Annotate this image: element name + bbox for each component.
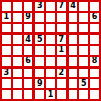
cell-r5c8[interactable] bbox=[79, 46, 88, 55]
cell-r2c5[interactable] bbox=[46, 13, 55, 22]
cell-r5c5[interactable] bbox=[46, 46, 55, 55]
cell-r4c7[interactable] bbox=[69, 35, 78, 44]
given-digit: 3 bbox=[37, 2, 43, 10]
cell-r5c2[interactable] bbox=[13, 46, 22, 55]
cell-r9c2[interactable] bbox=[13, 90, 22, 99]
given-digit: 9 bbox=[25, 13, 31, 21]
cell-r3c1[interactable] bbox=[2, 24, 11, 33]
cell-r5c4[interactable] bbox=[35, 46, 44, 55]
given-digit: 1 bbox=[58, 46, 64, 54]
cell-r3c6[interactable] bbox=[57, 24, 66, 33]
cell-r3c3[interactable] bbox=[24, 24, 33, 33]
cell-r4c6: 7 bbox=[57, 35, 66, 44]
cell-r2c3: 9 bbox=[24, 13, 33, 22]
cell-r3c4[interactable] bbox=[35, 24, 44, 33]
cell-r4c8[interactable] bbox=[79, 35, 88, 44]
cell-r6c9: 8 bbox=[90, 57, 99, 66]
cell-r7c6: 2 bbox=[57, 69, 66, 78]
cell-r9c9 bbox=[90, 90, 99, 99]
cell-r3c8[interactable] bbox=[79, 24, 88, 33]
cell-r9c6[interactable] bbox=[57, 90, 66, 99]
cell-r1c8[interactable] bbox=[79, 2, 88, 11]
cell-r9c4[interactable] bbox=[35, 90, 44, 99]
cell-r6c1[interactable] bbox=[2, 57, 11, 66]
cell-r1c1[interactable] bbox=[2, 2, 11, 11]
given-digit: 5 bbox=[37, 36, 43, 44]
cell-r3c2[interactable] bbox=[13, 24, 22, 33]
given-digit: 4 bbox=[70, 2, 76, 10]
given-digit: 3 bbox=[4, 69, 10, 77]
cell-r7c4[interactable] bbox=[35, 69, 44, 78]
cell-r2c7[interactable] bbox=[69, 13, 78, 22]
cell-r3c7[interactable] bbox=[69, 24, 78, 33]
cell-r6c2[interactable] bbox=[13, 57, 22, 66]
cell-r8c3[interactable] bbox=[24, 79, 33, 88]
cell-r6c7[interactable] bbox=[69, 57, 78, 66]
cell-r5c1[interactable] bbox=[2, 46, 11, 55]
given-digit: 7 bbox=[58, 2, 64, 10]
cell-r1c3[interactable] bbox=[24, 2, 33, 11]
cell-r4c3: 4 bbox=[24, 35, 33, 44]
given-digit: 9 bbox=[37, 80, 43, 88]
cell-r7c8[interactable] bbox=[79, 69, 88, 78]
cell-r2c8[interactable] bbox=[79, 13, 88, 22]
given-digit: 2 bbox=[58, 69, 64, 77]
given-digit: 6 bbox=[92, 13, 98, 21]
cell-r1c2[interactable] bbox=[13, 2, 22, 11]
cell-r9c5: 1 bbox=[46, 90, 55, 99]
cell-r4c4: 5 bbox=[35, 35, 44, 44]
cell-r3c9[interactable] bbox=[90, 24, 99, 33]
cell-r5c7[interactable] bbox=[69, 46, 78, 55]
cell-r8c9[interactable] bbox=[90, 79, 99, 88]
cell-r1c6: 7 bbox=[57, 2, 66, 11]
cell-r7c1: 3 bbox=[2, 69, 11, 78]
cell-r6c8[interactable] bbox=[79, 57, 88, 66]
cell-r9c3[interactable] bbox=[24, 90, 33, 99]
cell-r9c8[interactable] bbox=[79, 90, 88, 99]
cell-r2c9: 6 bbox=[90, 13, 99, 22]
cell-r9c7[interactable] bbox=[69, 90, 78, 99]
cell-r7c9[interactable] bbox=[90, 69, 99, 78]
cell-r8c6[interactable] bbox=[57, 79, 66, 88]
given-digit: 5 bbox=[81, 80, 87, 88]
cell-r9c1[interactable] bbox=[2, 90, 11, 99]
sudoku-board: 37419645716832951 bbox=[0, 0, 101, 101]
cell-r4c9[interactable] bbox=[90, 35, 99, 44]
cell-r6c4[interactable] bbox=[35, 57, 44, 66]
cell-r6c3: 6 bbox=[24, 57, 33, 66]
cell-r6c5[interactable] bbox=[46, 57, 55, 66]
cell-r8c1[interactable] bbox=[2, 79, 11, 88]
cell-r8c2[interactable] bbox=[13, 79, 22, 88]
cell-r6c6[interactable] bbox=[57, 57, 66, 66]
cell-r8c7[interactable] bbox=[69, 79, 78, 88]
cell-r4c1[interactable] bbox=[2, 35, 11, 44]
cell-r4c2[interactable] bbox=[13, 35, 22, 44]
cell-r8c5[interactable] bbox=[46, 79, 55, 88]
cell-r7c7[interactable] bbox=[69, 69, 78, 78]
cell-r7c5[interactable] bbox=[46, 69, 55, 78]
given-digit: 1 bbox=[48, 91, 54, 99]
cell-r2c1: 1 bbox=[2, 13, 11, 22]
cell-r7c2[interactable] bbox=[13, 69, 22, 78]
cell-r5c3[interactable] bbox=[24, 46, 33, 55]
given-digit: 4 bbox=[25, 36, 31, 44]
cell-r7c3[interactable] bbox=[24, 69, 33, 78]
cell-r1c5[interactable] bbox=[46, 2, 55, 11]
given-digit: 6 bbox=[25, 57, 31, 65]
cell-r1c7: 4 bbox=[69, 2, 78, 11]
cell-r2c4[interactable] bbox=[35, 13, 44, 22]
cell-r1c9[interactable] bbox=[90, 2, 99, 11]
cell-r2c2[interactable] bbox=[13, 13, 22, 22]
cell-r3c5[interactable] bbox=[46, 24, 55, 33]
cell-r5c6: 1 bbox=[57, 46, 66, 55]
cell-r8c8: 5 bbox=[79, 79, 88, 88]
given-digit: 7 bbox=[58, 36, 64, 44]
given-digit: 1 bbox=[4, 13, 10, 21]
cell-r4c5[interactable] bbox=[46, 35, 55, 44]
cell-r5c9[interactable] bbox=[90, 46, 99, 55]
cell-r1c4: 3 bbox=[35, 2, 44, 11]
cell-r8c4: 9 bbox=[35, 79, 44, 88]
given-digit: 8 bbox=[92, 57, 98, 65]
cell-r2c6[interactable] bbox=[57, 13, 66, 22]
